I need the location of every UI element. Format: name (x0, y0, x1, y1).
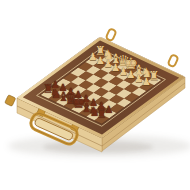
product-photo-stage: ♜♞♝♛♚♝♞♜♟♟♟♟♟♟♟♟♟♟♟♟♟♟♟♟♜♞♝♛♚♝♞♜ (0, 0, 190, 190)
latch-icon (5, 95, 16, 107)
clasp-icon-2 (168, 54, 179, 67)
clasp-icon-1 (106, 28, 117, 41)
